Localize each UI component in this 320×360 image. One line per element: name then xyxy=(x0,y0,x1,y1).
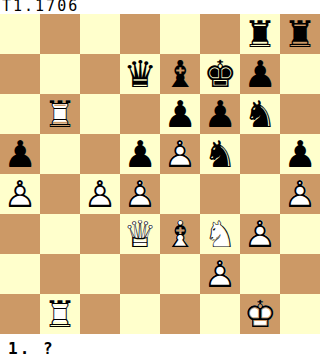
square-a7[interactable] xyxy=(0,54,40,94)
piece-outline: ♔ xyxy=(240,294,280,334)
square-e3[interactable]: ♝♗ xyxy=(160,214,200,254)
chess-board[interactable]: ♜♜♛♝♚♟♜♖♟♟♞♟♟♟♙♞♟♟♙♟♙♟♙♟♙♛♕♝♗♞♘♟♙♟♙♜♖♚♔ xyxy=(0,14,320,334)
white-pawn-piece[interactable]: ♟♙ xyxy=(0,174,40,214)
square-f6[interactable]: ♟ xyxy=(200,94,240,134)
white-king-piece[interactable]: ♚♔ xyxy=(240,294,280,334)
white-pawn-piece[interactable]: ♟♙ xyxy=(200,254,240,294)
square-b1[interactable]: ♜♖ xyxy=(40,294,80,334)
square-a5[interactable]: ♟ xyxy=(0,134,40,174)
chess-puzzle-screen: T1.1706 ♜♜♛♝♚♟♜♖♟♟♞♟♟♟♙♞♟♟♙♟♙♟♙♟♙♛♕♝♗♞♘♟… xyxy=(0,0,320,360)
square-a3[interactable] xyxy=(0,214,40,254)
black-knight-piece[interactable]: ♞ xyxy=(240,94,280,134)
square-f2[interactable]: ♟♙ xyxy=(200,254,240,294)
piece-outline: ♙ xyxy=(240,214,280,254)
white-rook-piece[interactable]: ♜♖ xyxy=(40,294,80,334)
square-g5[interactable] xyxy=(240,134,280,174)
black-queen-piece[interactable]: ♛ xyxy=(120,54,160,94)
square-b8[interactable] xyxy=(40,14,80,54)
piece-outline: ♙ xyxy=(0,174,40,214)
square-f5[interactable]: ♞ xyxy=(200,134,240,174)
square-a2[interactable] xyxy=(0,254,40,294)
square-h6[interactable] xyxy=(280,94,320,134)
black-pawn-piece[interactable]: ♟ xyxy=(200,94,240,134)
square-g4[interactable] xyxy=(240,174,280,214)
black-rook-piece[interactable]: ♜ xyxy=(280,14,320,54)
square-f8[interactable] xyxy=(200,14,240,54)
square-a1[interactable] xyxy=(0,294,40,334)
square-c8[interactable] xyxy=(80,14,120,54)
black-pawn-piece[interactable]: ♟ xyxy=(120,134,160,174)
square-e6[interactable]: ♟ xyxy=(160,94,200,134)
square-b2[interactable] xyxy=(40,254,80,294)
square-e5[interactable]: ♟♙ xyxy=(160,134,200,174)
square-e4[interactable] xyxy=(160,174,200,214)
square-c3[interactable] xyxy=(80,214,120,254)
piece-outline: ♙ xyxy=(200,254,240,294)
piece-outline: ♕ xyxy=(120,214,160,254)
square-h2[interactable] xyxy=(280,254,320,294)
square-h4[interactable]: ♟♙ xyxy=(280,174,320,214)
square-d1[interactable] xyxy=(120,294,160,334)
square-g3[interactable]: ♟♙ xyxy=(240,214,280,254)
square-d5[interactable]: ♟ xyxy=(120,134,160,174)
black-pawn-piece[interactable]: ♟ xyxy=(0,134,40,174)
square-c7[interactable] xyxy=(80,54,120,94)
piece-outline: ♙ xyxy=(160,134,200,174)
square-d2[interactable] xyxy=(120,254,160,294)
piece-outline: ♖ xyxy=(40,294,80,334)
square-b6[interactable]: ♜♖ xyxy=(40,94,80,134)
piece-outline: ♗ xyxy=(160,214,200,254)
white-pawn-piece[interactable]: ♟♙ xyxy=(160,134,200,174)
black-pawn-piece[interactable]: ♟ xyxy=(160,94,200,134)
square-d7[interactable]: ♛ xyxy=(120,54,160,94)
black-king-piece[interactable]: ♚ xyxy=(200,54,240,94)
piece-outline: ♘ xyxy=(200,214,240,254)
square-b4[interactable] xyxy=(40,174,80,214)
square-h5[interactable]: ♟ xyxy=(280,134,320,174)
square-d3[interactable]: ♛♕ xyxy=(120,214,160,254)
square-c4[interactable]: ♟♙ xyxy=(80,174,120,214)
square-h3[interactable] xyxy=(280,214,320,254)
white-pawn-piece[interactable]: ♟♙ xyxy=(240,214,280,254)
piece-outline: ♙ xyxy=(120,174,160,214)
square-f7[interactable]: ♚ xyxy=(200,54,240,94)
square-a6[interactable] xyxy=(0,94,40,134)
square-e8[interactable] xyxy=(160,14,200,54)
black-pawn-piece[interactable]: ♟ xyxy=(240,54,280,94)
square-c6[interactable] xyxy=(80,94,120,134)
square-g2[interactable] xyxy=(240,254,280,294)
square-h7[interactable] xyxy=(280,54,320,94)
square-f4[interactable] xyxy=(200,174,240,214)
square-f3[interactable]: ♞♘ xyxy=(200,214,240,254)
black-bishop-piece[interactable]: ♝ xyxy=(160,54,200,94)
puzzle-title: T1.1706 xyxy=(0,0,320,14)
white-pawn-piece[interactable]: ♟♙ xyxy=(120,174,160,214)
square-a4[interactable]: ♟♙ xyxy=(0,174,40,214)
square-c1[interactable] xyxy=(80,294,120,334)
piece-outline: ♙ xyxy=(280,174,320,214)
square-g7[interactable]: ♟ xyxy=(240,54,280,94)
square-g1[interactable]: ♚♔ xyxy=(240,294,280,334)
square-b5[interactable] xyxy=(40,134,80,174)
square-b3[interactable] xyxy=(40,214,80,254)
square-d4[interactable]: ♟♙ xyxy=(120,174,160,214)
black-rook-piece[interactable]: ♜ xyxy=(240,14,280,54)
square-g6[interactable]: ♞ xyxy=(240,94,280,134)
square-c2[interactable] xyxy=(80,254,120,294)
square-g8[interactable]: ♜ xyxy=(240,14,280,54)
black-pawn-piece[interactable]: ♟ xyxy=(280,134,320,174)
white-bishop-piece[interactable]: ♝♗ xyxy=(160,214,200,254)
white-rook-piece[interactable]: ♜♖ xyxy=(40,94,80,134)
square-e7[interactable]: ♝ xyxy=(160,54,200,94)
black-knight-piece[interactable]: ♞ xyxy=(200,134,240,174)
square-b7[interactable] xyxy=(40,54,80,94)
piece-outline: ♙ xyxy=(80,174,120,214)
piece-outline: ♖ xyxy=(40,94,80,134)
square-d6[interactable] xyxy=(120,94,160,134)
square-c5[interactable] xyxy=(80,134,120,174)
square-h8[interactable]: ♜ xyxy=(280,14,320,54)
square-f1[interactable] xyxy=(200,294,240,334)
white-knight-piece[interactable]: ♞♘ xyxy=(200,214,240,254)
white-queen-piece[interactable]: ♛♕ xyxy=(120,214,160,254)
white-pawn-piece[interactable]: ♟♙ xyxy=(80,174,120,214)
white-pawn-piece[interactable]: ♟♙ xyxy=(280,174,320,214)
square-e1[interactable] xyxy=(160,294,200,334)
move-prompt: 1. ? xyxy=(0,334,320,360)
square-a8[interactable] xyxy=(0,14,40,54)
square-d8[interactable] xyxy=(120,14,160,54)
square-h1[interactable] xyxy=(280,294,320,334)
square-e2[interactable] xyxy=(160,254,200,294)
